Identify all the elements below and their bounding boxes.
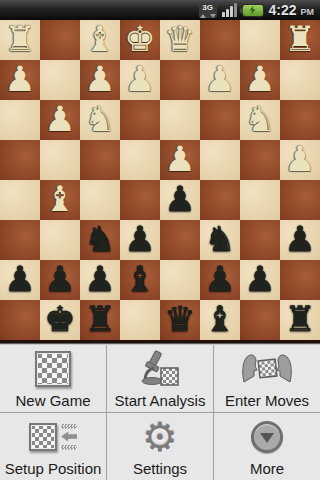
menu-item-setup-position[interactable]: Setup Position (0, 413, 106, 480)
board-arrow-icon (29, 423, 77, 451)
board-square[interactable]: ♟ (120, 220, 160, 260)
board-square[interactable]: ♟ (200, 60, 240, 100)
menu-item-enter-moves[interactable]: Enter Moves (214, 345, 320, 412)
board-square[interactable] (40, 140, 80, 180)
board-square[interactable]: ♟ (280, 220, 320, 260)
board-square[interactable]: ♞ (200, 220, 240, 260)
white-bishop: ♝ (44, 180, 75, 219)
board-square[interactable] (240, 180, 280, 220)
board-square[interactable] (240, 20, 280, 60)
black-pawn: ♟ (164, 180, 195, 219)
board-square[interactable] (280, 60, 320, 100)
menu-item-settings[interactable]: ⚙ Settings (107, 413, 213, 480)
chess-board[interactable]: ♜♝♚♛♜♟♟♟♟♟♟♞♞♟♟♝♟♞♟♞♟♟♟♟♝♟♟♚♜♛♝♜ (0, 20, 320, 340)
board-square[interactable] (40, 20, 80, 60)
white-rook: ♜ (284, 20, 315, 59)
board-square[interactable]: ♛ (160, 300, 200, 340)
new-game-board-icon (35, 351, 71, 387)
white-knight: ♞ (244, 100, 275, 139)
board-square[interactable] (0, 140, 40, 180)
board-square[interactable]: ♟ (200, 260, 240, 300)
board-square[interactable]: ♟ (40, 260, 80, 300)
white-king: ♚ (124, 20, 155, 59)
board-square[interactable] (120, 180, 160, 220)
board-square[interactable] (80, 180, 120, 220)
black-pawn: ♟ (244, 260, 275, 299)
board-square[interactable] (80, 140, 120, 180)
board-square[interactable]: ♛ (160, 20, 200, 60)
board-square[interactable] (40, 60, 80, 100)
board-square[interactable]: ♞ (80, 220, 120, 260)
board-square[interactable] (240, 300, 280, 340)
board-square[interactable]: ♞ (80, 100, 120, 140)
black-pawn: ♟ (284, 220, 315, 259)
menu-item-label: New Game (15, 392, 90, 409)
gear-icon: ⚙ (142, 417, 178, 457)
board-square[interactable] (280, 100, 320, 140)
board-square[interactable] (240, 220, 280, 260)
white-bishop: ♝ (84, 20, 115, 59)
board-square[interactable]: ♟ (240, 60, 280, 100)
black-bishop: ♝ (124, 260, 155, 299)
clock-meridiem: PM (301, 7, 315, 17)
battery-charging-icon (242, 4, 264, 17)
board-square[interactable]: ♝ (80, 20, 120, 60)
status-clock: 4:22 PM (269, 2, 314, 18)
board-square[interactable] (280, 260, 320, 300)
board-square[interactable]: ♚ (120, 20, 160, 60)
board-square[interactable] (240, 140, 280, 180)
menu-item-label: Settings (133, 460, 187, 477)
board-square[interactable]: ♜ (80, 300, 120, 340)
board-square[interactable]: ♚ (40, 300, 80, 340)
board-square[interactable]: ♜ (280, 20, 320, 60)
board-square[interactable] (0, 100, 40, 140)
board-square[interactable]: ♟ (0, 60, 40, 100)
screen: 3G 4:22 PM ♜♝♚♛♜♟♟♟♟♟♟♞♞♟♟♝♟♞♟♞♟♟♟♟♝♟♟♚♜… (0, 0, 320, 480)
more-circle-icon (251, 421, 283, 453)
status-bar: 3G 4:22 PM (0, 0, 320, 20)
board-square[interactable] (40, 220, 80, 260)
white-queen: ♛ (164, 20, 195, 59)
clock-time: 4:22 (269, 2, 297, 18)
data-arrows-icon (200, 14, 216, 18)
board-square[interactable] (120, 300, 160, 340)
board-square[interactable] (120, 100, 160, 140)
black-king: ♚ (44, 300, 75, 339)
menu-item-new-game[interactable]: New Game (0, 345, 106, 412)
white-pawn: ♟ (44, 100, 75, 139)
board-square[interactable]: ♟ (80, 60, 120, 100)
menu-item-label: Enter Moves (225, 392, 309, 409)
board-square[interactable] (160, 260, 200, 300)
menu-item-label: Setup Position (5, 460, 102, 477)
3g-data-icon: 3G (199, 3, 217, 18)
white-pawn: ♟ (84, 60, 115, 99)
white-rook: ♜ (4, 20, 35, 59)
two-players-board-icon (241, 352, 293, 386)
board-square[interactable] (120, 140, 160, 180)
menu-item-label: More (250, 460, 284, 477)
board-square[interactable]: ♟ (80, 260, 120, 300)
board-square[interactable]: ♟ (160, 180, 200, 220)
menu-item-start-analysis[interactable]: Start Analysis (107, 345, 213, 412)
signal-strength-icon (222, 3, 237, 17)
board-square[interactable] (200, 140, 240, 180)
board-square[interactable]: ♟ (0, 260, 40, 300)
black-queen: ♛ (164, 300, 195, 339)
black-rook: ♜ (84, 300, 115, 339)
white-pawn: ♟ (124, 60, 155, 99)
left-arrow-icon (61, 432, 77, 442)
board-square[interactable]: ♜ (280, 300, 320, 340)
board-square[interactable] (0, 300, 40, 340)
board-square[interactable]: ♟ (240, 260, 280, 300)
board-square[interactable] (0, 220, 40, 260)
white-pawn: ♟ (244, 60, 275, 99)
board-square[interactable] (280, 180, 320, 220)
black-pawn: ♟ (84, 260, 115, 299)
menu-item-more[interactable]: More (214, 413, 320, 480)
black-knight: ♞ (84, 220, 115, 259)
board-square[interactable]: ♟ (120, 60, 160, 100)
options-menu: New Game (0, 344, 320, 480)
board-square[interactable] (160, 60, 200, 100)
black-rook: ♜ (284, 300, 315, 339)
board-square[interactable]: ♝ (200, 300, 240, 340)
white-knight: ♞ (84, 100, 115, 139)
board-square[interactable]: ♞ (240, 100, 280, 140)
board-square[interactable]: ♟ (160, 140, 200, 180)
board-square[interactable]: ♜ (0, 20, 40, 60)
white-pawn: ♟ (4, 60, 35, 99)
network-type-label: 3G (202, 3, 213, 12)
board-square[interactable]: ♟ (40, 100, 80, 140)
microscope-board-icon (139, 350, 181, 388)
board-square[interactable]: ♝ (40, 180, 80, 220)
white-pawn: ♟ (204, 60, 235, 99)
white-pawn: ♟ (164, 140, 195, 179)
board-square[interactable]: ♟ (280, 140, 320, 180)
board-square[interactable] (200, 100, 240, 140)
black-pawn: ♟ (204, 260, 235, 299)
charging-bolt-icon (249, 6, 257, 15)
board-square[interactable] (160, 100, 200, 140)
black-knight: ♞ (204, 220, 235, 259)
black-pawn: ♟ (124, 220, 155, 259)
board-square[interactable] (200, 20, 240, 60)
menu-item-label: Start Analysis (115, 392, 206, 409)
board-square[interactable] (160, 220, 200, 260)
board-square[interactable]: ♝ (120, 260, 160, 300)
black-bishop: ♝ (204, 300, 235, 339)
black-pawn: ♟ (44, 260, 75, 299)
white-pawn: ♟ (284, 140, 315, 179)
board-square[interactable] (200, 180, 240, 220)
down-triangle-icon (260, 433, 274, 443)
board-square[interactable] (0, 180, 40, 220)
black-pawn: ♟ (4, 260, 35, 299)
